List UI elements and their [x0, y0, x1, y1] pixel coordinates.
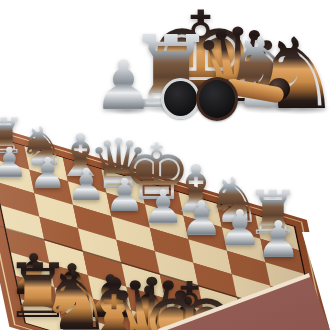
loose-dark-knight-shadow [273, 102, 330, 115]
lying-silver-piece-felt-base [161, 78, 200, 119]
chess-board [0, 118, 330, 330]
board-grid [0, 133, 330, 330]
lying-dark-piece-felt-base [196, 77, 238, 121]
chess-set-product-photo: ♚♛♞♞♜♟ ♜♞♝♛♚♝♞♜♟♟♟♟♟♟♟♟♟♟♟♟♟♟♟♟♜♞♝♛♚♝♞♜ [0, 0, 330, 330]
loose-silver-pawn-shadow [107, 106, 148, 115]
board-frame [0, 118, 330, 330]
